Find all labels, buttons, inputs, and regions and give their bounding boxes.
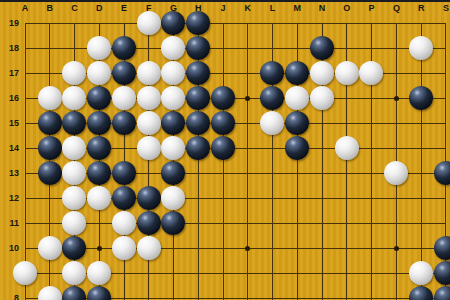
intersection-R19[interactable] bbox=[409, 11, 434, 36]
black-stone-B15[interactable] bbox=[38, 111, 62, 135]
intersection-M8[interactable] bbox=[285, 286, 310, 300]
row-label-14: 14 bbox=[1, 143, 19, 153]
intersection-M18[interactable] bbox=[285, 36, 310, 61]
intersection-B12[interactable] bbox=[37, 186, 62, 211]
row-label-8: 8 bbox=[1, 293, 19, 300]
intersection-P16[interactable] bbox=[359, 86, 384, 111]
intersection-K8[interactable] bbox=[235, 286, 260, 300]
black-stone-B14[interactable] bbox=[38, 136, 62, 160]
intersection-E19[interactable] bbox=[112, 11, 137, 36]
intersection-K15[interactable] bbox=[235, 111, 260, 136]
intersection-M11[interactable] bbox=[285, 211, 310, 236]
intersection-S14[interactable] bbox=[433, 136, 450, 161]
intersection-P9[interactable] bbox=[359, 261, 384, 286]
black-stone-E17[interactable] bbox=[112, 61, 136, 85]
go-board-screenshot: ABCDEFGHJKLMNOPQRS1918171615141312111098 bbox=[0, 0, 450, 300]
white-stone-E11[interactable] bbox=[112, 211, 136, 235]
intersection-E8[interactable] bbox=[112, 286, 137, 300]
intersection-M13[interactable] bbox=[285, 161, 310, 186]
intersection-K13[interactable] bbox=[235, 161, 260, 186]
intersection-O15[interactable] bbox=[334, 111, 359, 136]
intersection-L12[interactable] bbox=[260, 186, 285, 211]
intersection-K11[interactable] bbox=[235, 211, 260, 236]
intersection-K12[interactable] bbox=[235, 186, 260, 211]
black-stone-J14[interactable] bbox=[211, 136, 235, 160]
intersection-O13[interactable] bbox=[334, 161, 359, 186]
col-label-M: M bbox=[288, 3, 306, 13]
black-stone-F11[interactable] bbox=[137, 211, 161, 235]
intersection-O18[interactable] bbox=[334, 36, 359, 61]
row-label-13: 13 bbox=[1, 168, 19, 178]
star-point-K10 bbox=[245, 246, 250, 251]
intersection-S15[interactable] bbox=[433, 111, 450, 136]
intersection-R17[interactable] bbox=[409, 61, 434, 86]
intersection-N11[interactable] bbox=[310, 211, 335, 236]
white-stone-F15[interactable] bbox=[137, 111, 161, 135]
intersection-P10[interactable] bbox=[359, 236, 384, 261]
intersection-N10[interactable] bbox=[310, 236, 335, 261]
row-label-17: 17 bbox=[1, 68, 19, 78]
intersection-N14[interactable] bbox=[310, 136, 335, 161]
intersection-N9[interactable] bbox=[310, 261, 335, 286]
intersection-P8[interactable] bbox=[359, 286, 384, 300]
col-label-A: A bbox=[16, 3, 34, 13]
window-top-edge bbox=[0, 0, 450, 2]
intersection-S12[interactable] bbox=[433, 186, 450, 211]
white-stone-F17[interactable] bbox=[137, 61, 161, 85]
black-stone-E15[interactable] bbox=[112, 111, 136, 135]
intersection-R14[interactable] bbox=[409, 136, 434, 161]
intersection-S17[interactable] bbox=[433, 61, 450, 86]
row-label-15: 15 bbox=[1, 118, 19, 128]
white-stone-R18[interactable] bbox=[409, 36, 433, 60]
white-stone-N17[interactable] bbox=[310, 61, 334, 85]
black-stone-F12[interactable] bbox=[137, 186, 161, 210]
intersection-O10[interactable] bbox=[334, 236, 359, 261]
black-stone-N18[interactable] bbox=[310, 36, 334, 60]
intersection-J8[interactable] bbox=[211, 286, 236, 300]
intersection-H10[interactable] bbox=[186, 236, 211, 261]
black-stone-J15[interactable] bbox=[211, 111, 235, 135]
star-point-D10 bbox=[97, 246, 102, 251]
intersection-J13[interactable] bbox=[211, 161, 236, 186]
row-label-18: 18 bbox=[1, 43, 19, 53]
intersection-G10[interactable] bbox=[161, 236, 186, 261]
col-label-N: N bbox=[313, 3, 331, 13]
col-label-E: E bbox=[115, 3, 133, 13]
col-label-B: B bbox=[41, 3, 59, 13]
intersection-O16[interactable] bbox=[334, 86, 359, 111]
white-stone-E16[interactable] bbox=[112, 86, 136, 110]
col-label-L: L bbox=[264, 3, 282, 13]
intersection-F13[interactable] bbox=[136, 161, 161, 186]
intersection-S18[interactable] bbox=[433, 36, 450, 61]
col-label-O: O bbox=[338, 3, 356, 13]
white-stone-B10[interactable] bbox=[38, 236, 62, 260]
intersection-B18[interactable] bbox=[37, 36, 62, 61]
intersection-L13[interactable] bbox=[260, 161, 285, 186]
black-stone-R16[interactable] bbox=[409, 86, 433, 110]
col-label-Q: Q bbox=[387, 3, 405, 13]
intersection-E9[interactable] bbox=[112, 261, 137, 286]
intersection-K17[interactable] bbox=[235, 61, 260, 86]
white-stone-O17[interactable] bbox=[335, 61, 359, 85]
intersection-J12[interactable] bbox=[211, 186, 236, 211]
black-stone-E18[interactable] bbox=[112, 36, 136, 60]
intersection-M19[interactable] bbox=[285, 11, 310, 36]
intersection-R15[interactable] bbox=[409, 111, 434, 136]
black-stone-B13[interactable] bbox=[38, 161, 62, 185]
go-board-grid bbox=[13, 11, 450, 300]
intersection-S16[interactable] bbox=[433, 86, 450, 111]
intersection-H13[interactable] bbox=[186, 161, 211, 186]
white-stone-F14[interactable] bbox=[137, 136, 161, 160]
white-stone-B16[interactable] bbox=[38, 86, 62, 110]
intersection-O8[interactable] bbox=[334, 286, 359, 300]
intersection-K18[interactable] bbox=[235, 36, 260, 61]
intersection-J17[interactable] bbox=[211, 61, 236, 86]
intersection-O12[interactable] bbox=[334, 186, 359, 211]
intersection-N12[interactable] bbox=[310, 186, 335, 211]
intersection-E14[interactable] bbox=[112, 136, 137, 161]
white-stone-A9[interactable] bbox=[13, 261, 37, 285]
intersection-H9[interactable] bbox=[186, 261, 211, 286]
intersection-H11[interactable] bbox=[186, 211, 211, 236]
star-point-K16 bbox=[245, 96, 250, 101]
intersection-Q14[interactable] bbox=[384, 136, 409, 161]
intersection-L10[interactable] bbox=[260, 236, 285, 261]
intersection-L19[interactable] bbox=[260, 11, 285, 36]
intersection-B19[interactable] bbox=[37, 11, 62, 36]
intersection-P11[interactable] bbox=[359, 211, 384, 236]
intersection-Q18[interactable] bbox=[384, 36, 409, 61]
intersection-F8[interactable] bbox=[136, 286, 161, 300]
intersection-G9[interactable] bbox=[161, 261, 186, 286]
intersection-P14[interactable] bbox=[359, 136, 384, 161]
intersection-L8[interactable] bbox=[260, 286, 285, 300]
intersection-N15[interactable] bbox=[310, 111, 335, 136]
intersection-K9[interactable] bbox=[235, 261, 260, 286]
intersection-B11[interactable] bbox=[37, 211, 62, 236]
white-stone-R9[interactable] bbox=[409, 261, 433, 285]
intersection-D19[interactable] bbox=[87, 11, 112, 36]
col-label-D: D bbox=[90, 3, 108, 13]
row-label-11: 11 bbox=[1, 218, 19, 228]
intersection-Q8[interactable] bbox=[384, 286, 409, 300]
intersection-P19[interactable] bbox=[359, 11, 384, 36]
intersection-M9[interactable] bbox=[285, 261, 310, 286]
intersection-L9[interactable] bbox=[260, 261, 285, 286]
star-point-Q16 bbox=[394, 96, 399, 101]
intersection-L14[interactable] bbox=[260, 136, 285, 161]
intersection-R10[interactable] bbox=[409, 236, 434, 261]
intersection-R13[interactable] bbox=[409, 161, 434, 186]
intersection-K14[interactable] bbox=[235, 136, 260, 161]
intersection-N19[interactable] bbox=[310, 11, 335, 36]
col-label-J: J bbox=[214, 3, 232, 13]
intersection-Q19[interactable] bbox=[384, 11, 409, 36]
white-stone-F10[interactable] bbox=[137, 236, 161, 260]
row-label-16: 16 bbox=[1, 93, 19, 103]
intersection-L11[interactable] bbox=[260, 211, 285, 236]
intersection-N13[interactable] bbox=[310, 161, 335, 186]
col-label-P: P bbox=[363, 3, 381, 13]
intersection-O19[interactable] bbox=[334, 11, 359, 36]
intersection-R11[interactable] bbox=[409, 211, 434, 236]
intersection-S11[interactable] bbox=[433, 211, 450, 236]
intersection-L18[interactable] bbox=[260, 36, 285, 61]
intersection-K19[interactable] bbox=[235, 11, 260, 36]
col-label-K: K bbox=[239, 3, 257, 13]
intersection-J9[interactable] bbox=[211, 261, 236, 286]
intersection-M12[interactable] bbox=[285, 186, 310, 211]
intersection-F9[interactable] bbox=[136, 261, 161, 286]
white-stone-O14[interactable] bbox=[335, 136, 359, 160]
row-label-10: 10 bbox=[1, 243, 19, 253]
intersection-P18[interactable] bbox=[359, 36, 384, 61]
intersection-N8[interactable] bbox=[310, 286, 335, 300]
black-stone-J16[interactable] bbox=[211, 86, 235, 110]
intersection-P13[interactable] bbox=[359, 161, 384, 186]
row-label-12: 12 bbox=[1, 193, 19, 203]
intersection-J19[interactable] bbox=[211, 11, 236, 36]
intersection-S19[interactable] bbox=[433, 11, 450, 36]
intersection-G8[interactable] bbox=[161, 286, 186, 300]
intersection-H12[interactable] bbox=[186, 186, 211, 211]
intersection-O9[interactable] bbox=[334, 261, 359, 286]
intersection-D11[interactable] bbox=[87, 211, 112, 236]
row-label-19: 19 bbox=[1, 18, 19, 28]
intersection-F18[interactable] bbox=[136, 36, 161, 61]
intersection-Q15[interactable] bbox=[384, 111, 409, 136]
intersection-J18[interactable] bbox=[211, 36, 236, 61]
black-stone-E12[interactable] bbox=[112, 186, 136, 210]
white-stone-E10[interactable] bbox=[112, 236, 136, 260]
intersection-C19[interactable] bbox=[62, 11, 87, 36]
intersection-P12[interactable] bbox=[359, 186, 384, 211]
intersection-J10[interactable] bbox=[211, 236, 236, 261]
intersection-R12[interactable] bbox=[409, 186, 434, 211]
white-stone-F16[interactable] bbox=[137, 86, 161, 110]
intersection-C18[interactable] bbox=[62, 36, 87, 61]
black-stone-E13[interactable] bbox=[112, 161, 136, 185]
intersection-P15[interactable] bbox=[359, 111, 384, 136]
intersection-J11[interactable] bbox=[211, 211, 236, 236]
intersection-Q12[interactable] bbox=[384, 186, 409, 211]
star-point-Q10 bbox=[394, 246, 399, 251]
intersection-Q17[interactable] bbox=[384, 61, 409, 86]
white-stone-N16[interactable] bbox=[310, 86, 334, 110]
intersection-B9[interactable] bbox=[37, 261, 62, 286]
col-label-S: S bbox=[437, 3, 450, 13]
intersection-B17[interactable] bbox=[37, 61, 62, 86]
intersection-Q9[interactable] bbox=[384, 261, 409, 286]
white-stone-F19[interactable] bbox=[137, 11, 161, 35]
intersection-H8[interactable] bbox=[186, 286, 211, 300]
col-label-C: C bbox=[66, 3, 84, 13]
intersection-M10[interactable] bbox=[285, 236, 310, 261]
col-label-R: R bbox=[412, 3, 430, 13]
intersection-O11[interactable] bbox=[334, 211, 359, 236]
intersection-Q11[interactable] bbox=[384, 211, 409, 236]
